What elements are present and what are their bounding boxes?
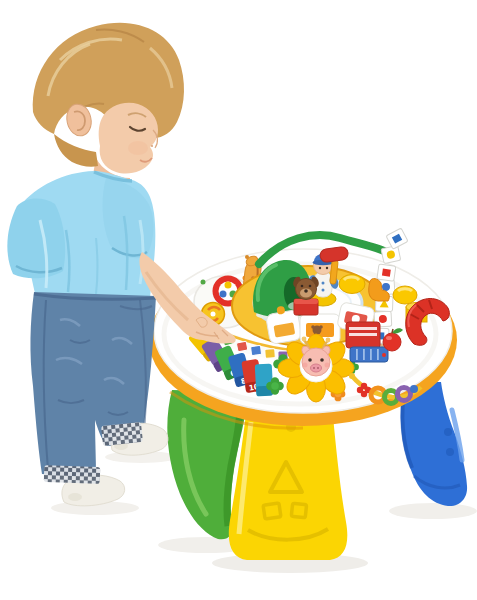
table-leg-yellow [229, 414, 348, 560]
bead-blue [410, 385, 418, 393]
toddler-tshirt [7, 171, 155, 298]
toddler-face [99, 103, 158, 174]
piano-key-6 [255, 364, 274, 397]
pig-flower-button [278, 334, 354, 402]
photo-toddler-activity-table: 6 8 10 [0, 0, 477, 600]
